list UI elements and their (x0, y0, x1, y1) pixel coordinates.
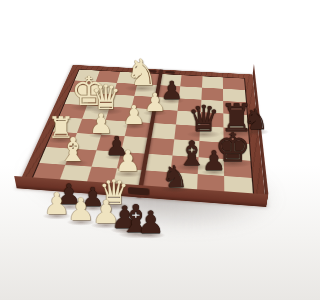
piece-white-pawn-d5[interactable]: ♟ (122, 102, 145, 128)
piece-white-bishop-b3[interactable]: ♝ (58, 133, 88, 166)
pieces-layer: ♞♟♚♛♟♟♛♜♞♟♜♟♝♚♝♟♟♞♟♟♛♟♟♟♟♝♟ (0, 0, 300, 300)
piece-black-pawn-f3[interactable]: ♟ (202, 147, 226, 174)
piece-white-knight-d8[interactable]: ♞ (126, 55, 158, 91)
piece-white-pawn-e6[interactable]: ♟ (144, 90, 166, 115)
captured-black-pawn[interactable]: ♟ (137, 207, 165, 238)
piece-black-knight-e2[interactable]: ♞ (162, 162, 189, 192)
chess-set-photo: ♞♟♚♛♟♟♛♜♞♟♜♟♝♚♝♟♟♞♟♟♛♟♟♟♟♝♟ (0, 0, 300, 300)
